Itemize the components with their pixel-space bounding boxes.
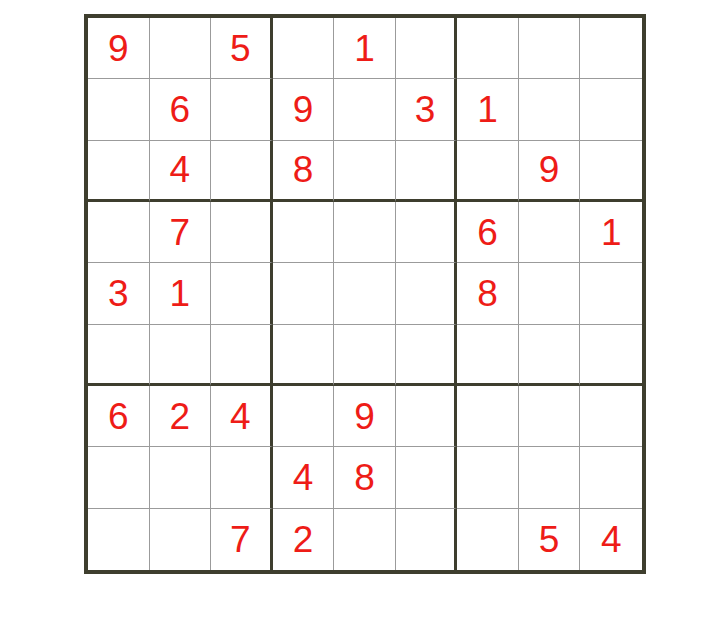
cell-r7c6[interactable]	[396, 386, 458, 447]
given-digit: 5	[230, 30, 251, 67]
given-digit: 8	[354, 459, 375, 496]
cell-r3c5[interactable]	[334, 141, 396, 202]
cell-r2c6: 3	[396, 79, 458, 140]
cell-r6c6[interactable]	[396, 325, 458, 386]
cell-r5c6[interactable]	[396, 263, 458, 324]
cell-r3c3[interactable]	[211, 141, 273, 202]
given-digit: 1	[170, 275, 191, 312]
given-digit: 3	[108, 275, 129, 312]
cell-r2c5[interactable]	[334, 79, 396, 140]
given-digit: 7	[230, 521, 251, 558]
cell-r5c1: 3	[88, 263, 150, 324]
cell-r8c8[interactable]	[519, 447, 581, 508]
given-digit: 2	[170, 398, 191, 435]
cell-r8c9[interactable]	[580, 447, 642, 508]
cell-r1c3: 5	[211, 18, 273, 79]
cell-r6c2[interactable]	[150, 325, 212, 386]
cell-r3c8: 9	[519, 141, 581, 202]
given-digit: 5	[539, 521, 560, 558]
cell-r1c5: 1	[334, 18, 396, 79]
cell-r2c8[interactable]	[519, 79, 581, 140]
cell-r6c9[interactable]	[580, 325, 642, 386]
cell-r8c3[interactable]	[211, 447, 273, 508]
cell-r3c6[interactable]	[396, 141, 458, 202]
given-digit: 9	[108, 30, 129, 67]
cell-r2c1[interactable]	[88, 79, 150, 140]
cell-r5c7: 8	[457, 263, 519, 324]
cell-r5c3[interactable]	[211, 263, 273, 324]
cell-r2c7: 1	[457, 79, 519, 140]
cell-r9c4: 2	[273, 509, 335, 570]
cell-r3c9[interactable]	[580, 141, 642, 202]
given-digit: 1	[477, 91, 498, 128]
given-digit: 6	[477, 214, 498, 251]
cell-r9c1[interactable]	[88, 509, 150, 570]
cell-r4c5[interactable]	[334, 202, 396, 263]
given-digit: 9	[539, 151, 560, 188]
cell-r9c2[interactable]	[150, 509, 212, 570]
cell-r2c4: 9	[273, 79, 335, 140]
cell-r5c2: 1	[150, 263, 212, 324]
cell-r4c8[interactable]	[519, 202, 581, 263]
cell-r5c9[interactable]	[580, 263, 642, 324]
cell-r1c8[interactable]	[519, 18, 581, 79]
cell-r3c2: 4	[150, 141, 212, 202]
given-digit: 7	[170, 214, 191, 251]
cell-r6c1[interactable]	[88, 325, 150, 386]
cell-r6c5[interactable]	[334, 325, 396, 386]
cell-r2c3[interactable]	[211, 79, 273, 140]
cell-r3c7[interactable]	[457, 141, 519, 202]
cell-r5c5[interactable]	[334, 263, 396, 324]
cell-r9c3: 7	[211, 509, 273, 570]
cell-r8c4: 4	[273, 447, 335, 508]
cell-r7c3: 4	[211, 386, 273, 447]
sudoku-board: 95169314897613186249487254	[84, 14, 646, 574]
cell-r9c8: 5	[519, 509, 581, 570]
cell-r5c8[interactable]	[519, 263, 581, 324]
cell-r7c4[interactable]	[273, 386, 335, 447]
given-digit: 1	[354, 30, 375, 67]
cell-r2c2: 6	[150, 79, 212, 140]
cell-r1c6[interactable]	[396, 18, 458, 79]
cell-r2c9[interactable]	[580, 79, 642, 140]
cell-r1c9[interactable]	[580, 18, 642, 79]
given-digit: 6	[170, 91, 191, 128]
cell-r9c7[interactable]	[457, 509, 519, 570]
cell-r4c7: 6	[457, 202, 519, 263]
given-digit: 9	[354, 398, 375, 435]
given-digit: 4	[601, 521, 622, 558]
cell-r6c7[interactable]	[457, 325, 519, 386]
cell-r3c1[interactable]	[88, 141, 150, 202]
given-digit: 4	[170, 151, 191, 188]
given-digit: 6	[108, 398, 129, 435]
cell-r6c3[interactable]	[211, 325, 273, 386]
cell-r8c7[interactable]	[457, 447, 519, 508]
cell-r5c4[interactable]	[273, 263, 335, 324]
given-digit: 8	[477, 275, 498, 312]
cell-r4c2: 7	[150, 202, 212, 263]
cell-r8c6[interactable]	[396, 447, 458, 508]
given-digit: 4	[293, 459, 314, 496]
given-digit: 3	[415, 91, 436, 128]
cell-r4c4[interactable]	[273, 202, 335, 263]
given-digit: 1	[601, 214, 622, 251]
cell-r7c7[interactable]	[457, 386, 519, 447]
cell-r8c5: 8	[334, 447, 396, 508]
cell-r6c4[interactable]	[273, 325, 335, 386]
given-digit: 9	[293, 91, 314, 128]
cell-r4c9: 1	[580, 202, 642, 263]
cell-r1c2[interactable]	[150, 18, 212, 79]
cell-r4c1[interactable]	[88, 202, 150, 263]
given-digit: 8	[293, 151, 314, 188]
sudoku-page: 95169314897613186249487254	[0, 0, 728, 622]
cell-r6c8[interactable]	[519, 325, 581, 386]
cell-r1c4[interactable]	[273, 18, 335, 79]
cell-r9c6[interactable]	[396, 509, 458, 570]
cell-r7c9[interactable]	[580, 386, 642, 447]
cell-r8c2[interactable]	[150, 447, 212, 508]
given-digit: 2	[293, 521, 314, 558]
cell-r1c1: 9	[88, 18, 150, 79]
cell-r7c2: 2	[150, 386, 212, 447]
cell-r1c7[interactable]	[457, 18, 519, 79]
cell-r7c5: 9	[334, 386, 396, 447]
cell-r8c1[interactable]	[88, 447, 150, 508]
cell-r9c5[interactable]	[334, 509, 396, 570]
cell-r4c3[interactable]	[211, 202, 273, 263]
cell-r3c4: 8	[273, 141, 335, 202]
cell-r9c9: 4	[580, 509, 642, 570]
given-digit: 4	[230, 398, 251, 435]
cell-r7c8[interactable]	[519, 386, 581, 447]
cell-r7c1: 6	[88, 386, 150, 447]
cell-r4c6[interactable]	[396, 202, 458, 263]
